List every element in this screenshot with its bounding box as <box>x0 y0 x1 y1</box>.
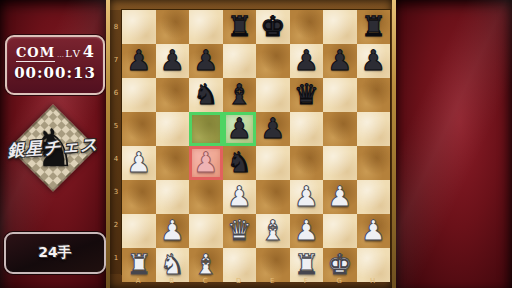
square-d3[interactable]: ♟ <box>223 180 257 214</box>
rank-label-8: 8 <box>110 10 122 43</box>
left-panel: COM… LV4 00:00:13 ♞ 銀星チェス 24手 <box>0 0 106 288</box>
square-a4[interactable]: ♟ <box>122 146 156 180</box>
square-g5[interactable] <box>323 112 357 146</box>
square-h3[interactable] <box>357 180 391 214</box>
square-a5[interactable] <box>122 112 156 146</box>
black-pawn: ♟ <box>290 44 324 78</box>
square-c3[interactable] <box>189 180 223 214</box>
square-h6[interactable] <box>357 78 391 112</box>
square-g2[interactable] <box>323 214 357 248</box>
square-e4[interactable] <box>256 146 290 180</box>
square-d4[interactable]: ♞ <box>223 146 257 180</box>
square-f1[interactable]: ♜ <box>290 248 324 282</box>
com-level: LV4 <box>65 42 94 61</box>
white-pawn: ♟ <box>290 180 324 214</box>
square-e2[interactable]: ♝ <box>256 214 290 248</box>
square-f7[interactable]: ♟ <box>290 44 324 78</box>
logo-text: 銀星チェス <box>0 132 107 162</box>
square-g6[interactable] <box>323 78 357 112</box>
square-b3[interactable] <box>156 180 190 214</box>
black-pawn: ♟ <box>156 44 190 78</box>
com-clock-header: COM… LV4 <box>7 37 103 61</box>
square-a6[interactable] <box>122 78 156 112</box>
chess-board: ♜♚♜♟♟♟♟♟♟♞♝♛♟♟♟♟♞♟♟♟♟♛♝♟♟♜♞♝♜♚ <box>122 10 390 274</box>
black-pawn: ♟ <box>122 44 156 78</box>
white-pawn: ♟ <box>122 146 156 180</box>
app-logo: ♞ 銀星チェス <box>0 104 106 192</box>
square-b6[interactable] <box>156 78 190 112</box>
square-e6[interactable] <box>256 78 290 112</box>
com-label: COM <box>16 45 55 62</box>
right-panel: プレイヤー… 00:00:57 待った ヒント Menu <box>396 0 512 288</box>
rank-label-5: 5 <box>110 109 122 142</box>
square-g4[interactable] <box>323 146 357 180</box>
black-king: ♚ <box>256 10 290 44</box>
rank-label-3: 3 <box>110 175 122 208</box>
square-h7[interactable]: ♟ <box>357 44 391 78</box>
square-a3[interactable] <box>122 180 156 214</box>
square-c7[interactable]: ♟ <box>189 44 223 78</box>
square-c4[interactable]: ♟ <box>189 146 223 180</box>
black-pawn: ♟ <box>223 112 257 146</box>
square-f6[interactable]: ♛ <box>290 78 324 112</box>
black-bishop: ♝ <box>223 78 257 112</box>
square-c8[interactable] <box>189 10 223 44</box>
square-g3[interactable]: ♟ <box>323 180 357 214</box>
white-bishop: ♝ <box>256 214 290 248</box>
board-frame: 87654321 ♜♚♜♟♟♟♟♟♟♞♝♛♟♟♟♟♞♟♟♟♟♛♝♟♟♜♞♝♜♚ … <box>110 0 392 288</box>
square-e5[interactable]: ♟ <box>256 112 290 146</box>
square-g1[interactable]: ♚ <box>323 248 357 282</box>
square-a2[interactable] <box>122 214 156 248</box>
rank-label-4: 4 <box>110 142 122 175</box>
square-a1[interactable]: ♜ <box>122 248 156 282</box>
square-e8[interactable]: ♚ <box>256 10 290 44</box>
file-label-e: E <box>256 274 290 287</box>
com-clock: COM… LV4 00:00:13 <box>5 35 105 95</box>
black-pawn: ♟ <box>189 44 223 78</box>
game-window: COM… LV4 00:00:13 ♞ 銀星チェス 24手 87654321 ♜… <box>0 0 512 288</box>
square-c1[interactable]: ♝ <box>189 248 223 282</box>
square-e7[interactable] <box>256 44 290 78</box>
com-time: 00:00:13 <box>7 64 103 82</box>
file-label-h: H <box>357 274 391 287</box>
white-king: ♚ <box>323 248 357 282</box>
square-b4[interactable] <box>156 146 190 180</box>
file-label-d: D <box>223 274 257 287</box>
square-a7[interactable]: ♟ <box>122 44 156 78</box>
square-d5[interactable]: ♟ <box>223 112 257 146</box>
square-d8[interactable]: ♜ <box>223 10 257 44</box>
rank-label-1: 1 <box>110 241 122 274</box>
square-b2[interactable]: ♟ <box>156 214 190 248</box>
square-b1[interactable]: ♞ <box>156 248 190 282</box>
square-e3[interactable] <box>256 180 290 214</box>
square-c5[interactable] <box>189 112 223 146</box>
white-pawn: ♟ <box>156 214 190 248</box>
square-f5[interactable] <box>290 112 324 146</box>
square-d2[interactable]: ♛ <box>223 214 257 248</box>
square-d7[interactable] <box>223 44 257 78</box>
square-f3[interactable]: ♟ <box>290 180 324 214</box>
white-pawn: ♟ <box>290 214 324 248</box>
square-b5[interactable] <box>156 112 190 146</box>
white-bishop: ♝ <box>189 248 223 282</box>
rank-label-6: 6 <box>110 76 122 109</box>
white-pawn: ♟ <box>223 180 257 214</box>
com-dots: … <box>57 51 64 59</box>
square-f4[interactable] <box>290 146 324 180</box>
black-rook: ♜ <box>357 10 391 44</box>
square-f8[interactable] <box>290 10 324 44</box>
white-pawn: ♟ <box>323 180 357 214</box>
white-pawn: ♟ <box>189 146 223 180</box>
black-pawn: ♟ <box>357 44 391 78</box>
black-knight: ♞ <box>223 146 257 180</box>
square-h4[interactable] <box>357 146 391 180</box>
square-h5[interactable] <box>357 112 391 146</box>
black-pawn: ♟ <box>256 112 290 146</box>
square-h8[interactable]: ♜ <box>357 10 391 44</box>
move-counter: 24手 <box>4 232 106 274</box>
square-d6[interactable]: ♝ <box>223 78 257 112</box>
square-h2[interactable]: ♟ <box>357 214 391 248</box>
black-rook: ♜ <box>223 10 257 44</box>
square-a8[interactable] <box>122 10 156 44</box>
rank-labels: 87654321 <box>110 10 122 274</box>
square-b8[interactable] <box>156 10 190 44</box>
square-c2[interactable] <box>189 214 223 248</box>
square-f2[interactable]: ♟ <box>290 214 324 248</box>
rank-label-7: 7 <box>110 43 122 76</box>
rank-label-2: 2 <box>110 208 122 241</box>
square-g7[interactable]: ♟ <box>323 44 357 78</box>
square-c6[interactable]: ♞ <box>189 78 223 112</box>
white-pawn: ♟ <box>357 214 391 248</box>
white-rook: ♜ <box>122 248 156 282</box>
white-knight: ♞ <box>156 248 190 282</box>
white-queen: ♛ <box>223 214 257 248</box>
square-g8[interactable] <box>323 10 357 44</box>
white-rook: ♜ <box>290 248 324 282</box>
black-queen: ♛ <box>290 78 324 112</box>
square-b7[interactable]: ♟ <box>156 44 190 78</box>
black-knight: ♞ <box>189 78 223 112</box>
black-pawn: ♟ <box>323 44 357 78</box>
